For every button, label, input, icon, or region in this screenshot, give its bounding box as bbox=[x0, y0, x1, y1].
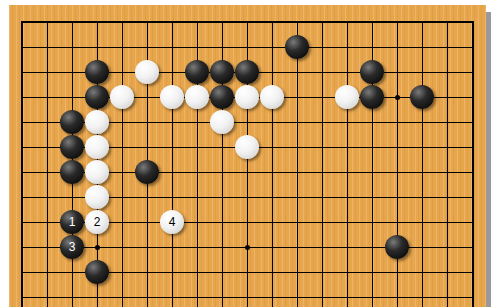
intersection[interactable] bbox=[410, 210, 435, 235]
intersection[interactable] bbox=[35, 210, 60, 235]
intersection[interactable] bbox=[435, 260, 460, 285]
intersection[interactable] bbox=[10, 285, 35, 307]
black-stone bbox=[210, 85, 234, 109]
intersection[interactable] bbox=[160, 60, 185, 85]
intersection[interactable] bbox=[110, 160, 135, 185]
intersection[interactable] bbox=[210, 10, 235, 35]
intersection[interactable] bbox=[335, 185, 360, 210]
intersection[interactable] bbox=[235, 210, 260, 235]
intersection[interactable] bbox=[335, 35, 360, 60]
intersection[interactable] bbox=[260, 10, 285, 35]
intersection[interactable] bbox=[335, 285, 360, 307]
intersection[interactable] bbox=[185, 110, 210, 135]
intersection[interactable] bbox=[385, 85, 410, 110]
intersection[interactable] bbox=[35, 110, 60, 135]
intersection[interactable] bbox=[310, 60, 335, 85]
intersection[interactable] bbox=[410, 235, 435, 260]
intersection[interactable] bbox=[435, 135, 460, 160]
intersection[interactable] bbox=[335, 135, 360, 160]
intersection[interactable] bbox=[60, 85, 85, 110]
intersection[interactable] bbox=[460, 210, 485, 235]
intersection[interactable] bbox=[385, 160, 410, 185]
intersection[interactable] bbox=[35, 285, 60, 307]
intersection[interactable] bbox=[360, 135, 385, 160]
intersection[interactable] bbox=[35, 60, 60, 85]
intersection[interactable] bbox=[435, 35, 460, 60]
intersection[interactable] bbox=[135, 135, 160, 160]
intersection[interactable] bbox=[285, 110, 310, 135]
intersection[interactable] bbox=[360, 10, 385, 35]
intersection[interactable] bbox=[310, 35, 335, 60]
intersection[interactable] bbox=[35, 10, 60, 35]
intersection[interactable] bbox=[135, 235, 160, 260]
intersection[interactable] bbox=[185, 235, 210, 260]
intersection[interactable] bbox=[385, 35, 410, 60]
intersection[interactable] bbox=[410, 185, 435, 210]
intersection[interactable] bbox=[160, 35, 185, 60]
intersection[interactable] bbox=[310, 260, 335, 285]
intersection[interactable] bbox=[135, 285, 160, 307]
intersection[interactable] bbox=[160, 285, 185, 307]
white-stone bbox=[210, 110, 234, 134]
intersection[interactable] bbox=[410, 285, 435, 307]
intersection[interactable] bbox=[285, 85, 310, 110]
intersection[interactable] bbox=[385, 135, 410, 160]
intersection[interactable] bbox=[60, 185, 85, 210]
intersection[interactable] bbox=[360, 285, 385, 307]
intersection[interactable] bbox=[335, 60, 360, 85]
intersection[interactable] bbox=[235, 260, 260, 285]
intersection[interactable] bbox=[360, 260, 385, 285]
intersection[interactable] bbox=[35, 185, 60, 210]
white-stone bbox=[85, 160, 109, 184]
intersection[interactable] bbox=[85, 235, 110, 260]
intersection[interactable] bbox=[10, 35, 35, 60]
intersection[interactable] bbox=[185, 285, 210, 307]
intersection[interactable] bbox=[260, 160, 285, 185]
intersection[interactable] bbox=[235, 110, 260, 135]
black-stone-move-3: 3 bbox=[60, 235, 84, 259]
intersection[interactable] bbox=[310, 85, 335, 110]
intersection[interactable] bbox=[360, 35, 385, 60]
intersection[interactable] bbox=[335, 10, 360, 35]
white-stone-move-2: 2 bbox=[85, 210, 109, 234]
intersection[interactable] bbox=[435, 110, 460, 135]
intersection[interactable] bbox=[35, 135, 60, 160]
intersection[interactable] bbox=[60, 60, 85, 85]
intersection[interactable] bbox=[460, 185, 485, 210]
intersection[interactable] bbox=[410, 110, 435, 135]
intersection[interactable] bbox=[110, 210, 135, 235]
black-stone-move-1: 1 bbox=[60, 210, 84, 234]
intersection[interactable] bbox=[210, 185, 235, 210]
intersection[interactable] bbox=[385, 210, 410, 235]
black-stone bbox=[360, 85, 384, 109]
intersection[interactable] bbox=[185, 35, 210, 60]
intersection[interactable] bbox=[360, 110, 385, 135]
white-stone bbox=[135, 60, 159, 84]
intersection[interactable] bbox=[385, 60, 410, 85]
intersection[interactable] bbox=[135, 35, 160, 60]
intersection[interactable] bbox=[460, 160, 485, 185]
intersection[interactable] bbox=[310, 185, 335, 210]
black-stone bbox=[385, 235, 409, 259]
intersection[interactable] bbox=[185, 260, 210, 285]
intersection[interactable] bbox=[160, 260, 185, 285]
intersection[interactable] bbox=[85, 35, 110, 60]
black-stone bbox=[135, 160, 159, 184]
intersection[interactable] bbox=[310, 110, 335, 135]
intersection[interactable] bbox=[60, 285, 85, 307]
intersection[interactable] bbox=[335, 210, 360, 235]
intersection[interactable] bbox=[10, 260, 35, 285]
intersection[interactable] bbox=[135, 10, 160, 35]
intersection[interactable] bbox=[10, 210, 35, 235]
white-stone bbox=[335, 85, 359, 109]
intersection[interactable] bbox=[135, 210, 160, 235]
intersection[interactable] bbox=[210, 285, 235, 307]
intersection[interactable] bbox=[10, 160, 35, 185]
white-stone bbox=[185, 85, 209, 109]
intersection[interactable] bbox=[435, 85, 460, 110]
intersection[interactable] bbox=[110, 60, 135, 85]
intersection[interactable] bbox=[110, 135, 135, 160]
intersection[interactable] bbox=[260, 185, 285, 210]
intersection[interactable] bbox=[460, 35, 485, 60]
intersection[interactable] bbox=[235, 235, 260, 260]
intersection[interactable] bbox=[435, 210, 460, 235]
intersection[interactable] bbox=[110, 10, 135, 35]
intersection[interactable] bbox=[460, 60, 485, 85]
intersection[interactable] bbox=[10, 110, 35, 135]
white-stone bbox=[235, 135, 259, 159]
intersection[interactable] bbox=[335, 160, 360, 185]
intersection[interactable] bbox=[185, 160, 210, 185]
intersection[interactable] bbox=[110, 260, 135, 285]
intersection[interactable] bbox=[110, 235, 135, 260]
black-stone bbox=[60, 135, 84, 159]
intersection[interactable] bbox=[160, 10, 185, 35]
go-board-grid: 1243 bbox=[10, 10, 485, 307]
intersection[interactable] bbox=[410, 10, 435, 35]
intersection[interactable] bbox=[285, 10, 310, 35]
intersection[interactable] bbox=[210, 235, 235, 260]
black-stone bbox=[185, 60, 209, 84]
intersection[interactable] bbox=[110, 285, 135, 307]
intersection[interactable] bbox=[160, 160, 185, 185]
intersection[interactable] bbox=[335, 110, 360, 135]
intersection[interactable] bbox=[285, 235, 310, 260]
intersection[interactable] bbox=[460, 235, 485, 260]
intersection[interactable] bbox=[460, 260, 485, 285]
intersection[interactable] bbox=[235, 35, 260, 60]
intersection[interactable] bbox=[460, 85, 485, 110]
intersection[interactable] bbox=[285, 135, 310, 160]
intersection[interactable] bbox=[260, 35, 285, 60]
black-stone bbox=[85, 260, 109, 284]
intersection[interactable] bbox=[285, 210, 310, 235]
intersection[interactable] bbox=[85, 285, 110, 307]
intersection[interactable] bbox=[110, 35, 135, 60]
go-board: 1243 bbox=[9, 5, 486, 307]
intersection[interactable] bbox=[135, 185, 160, 210]
intersection[interactable] bbox=[10, 60, 35, 85]
intersection[interactable] bbox=[385, 185, 410, 210]
intersection[interactable] bbox=[35, 85, 60, 110]
intersection[interactable] bbox=[60, 35, 85, 60]
intersection[interactable] bbox=[410, 135, 435, 160]
intersection[interactable] bbox=[235, 185, 260, 210]
intersection[interactable] bbox=[235, 160, 260, 185]
intersection[interactable] bbox=[135, 85, 160, 110]
intersection[interactable] bbox=[260, 135, 285, 160]
intersection[interactable] bbox=[435, 160, 460, 185]
intersection[interactable] bbox=[460, 10, 485, 35]
intersection[interactable] bbox=[335, 235, 360, 260]
intersection[interactable] bbox=[460, 110, 485, 135]
intersection[interactable] bbox=[460, 285, 485, 307]
intersection[interactable] bbox=[185, 10, 210, 35]
intersection[interactable] bbox=[435, 60, 460, 85]
intersection[interactable] bbox=[260, 260, 285, 285]
intersection[interactable] bbox=[435, 10, 460, 35]
intersection[interactable] bbox=[310, 285, 335, 307]
intersection[interactable] bbox=[310, 235, 335, 260]
black-stone bbox=[85, 85, 109, 109]
intersection[interactable] bbox=[235, 285, 260, 307]
intersection[interactable] bbox=[60, 260, 85, 285]
intersection[interactable] bbox=[135, 110, 160, 135]
intersection[interactable] bbox=[35, 35, 60, 60]
white-stone bbox=[235, 85, 259, 109]
intersection[interactable] bbox=[310, 135, 335, 160]
intersection[interactable] bbox=[310, 210, 335, 235]
white-stone bbox=[85, 135, 109, 159]
intersection[interactable] bbox=[285, 260, 310, 285]
black-stone bbox=[60, 160, 84, 184]
intersection[interactable] bbox=[435, 235, 460, 260]
intersection[interactable] bbox=[35, 235, 60, 260]
intersection[interactable] bbox=[285, 160, 310, 185]
black-stone bbox=[210, 60, 234, 84]
intersection[interactable] bbox=[460, 135, 485, 160]
intersection[interactable] bbox=[10, 85, 35, 110]
intersection[interactable] bbox=[385, 110, 410, 135]
intersection[interactable] bbox=[410, 60, 435, 85]
intersection[interactable] bbox=[160, 235, 185, 260]
intersection[interactable] bbox=[160, 110, 185, 135]
intersection[interactable] bbox=[335, 260, 360, 285]
intersection[interactable] bbox=[360, 185, 385, 210]
intersection[interactable] bbox=[285, 60, 310, 85]
intersection[interactable] bbox=[210, 260, 235, 285]
intersection[interactable] bbox=[260, 235, 285, 260]
intersection[interactable] bbox=[10, 185, 35, 210]
intersection[interactable] bbox=[185, 210, 210, 235]
white-stone-move-4: 4 bbox=[160, 210, 184, 234]
intersection[interactable] bbox=[285, 185, 310, 210]
black-stone bbox=[285, 35, 309, 59]
white-stone bbox=[85, 110, 109, 134]
intersection[interactable] bbox=[10, 10, 35, 35]
intersection[interactable] bbox=[35, 260, 60, 285]
intersection[interactable] bbox=[210, 35, 235, 60]
intersection[interactable] bbox=[410, 160, 435, 185]
black-stone bbox=[85, 60, 109, 84]
black-stone bbox=[235, 60, 259, 84]
white-stone bbox=[110, 85, 134, 109]
black-stone bbox=[360, 60, 384, 84]
white-stone bbox=[85, 185, 109, 209]
intersection[interactable] bbox=[85, 10, 110, 35]
intersection[interactable] bbox=[60, 10, 85, 35]
intersection[interactable] bbox=[385, 10, 410, 35]
intersection[interactable] bbox=[385, 285, 410, 307]
intersection[interactable] bbox=[285, 285, 310, 307]
black-stone bbox=[60, 110, 84, 134]
intersection[interactable] bbox=[360, 235, 385, 260]
intersection[interactable] bbox=[310, 10, 335, 35]
intersection[interactable] bbox=[260, 110, 285, 135]
black-stone bbox=[410, 85, 434, 109]
intersection[interactable] bbox=[210, 210, 235, 235]
intersection[interactable] bbox=[185, 185, 210, 210]
intersection[interactable] bbox=[385, 260, 410, 285]
intersection[interactable] bbox=[435, 185, 460, 210]
intersection[interactable] bbox=[135, 260, 160, 285]
intersection[interactable] bbox=[410, 35, 435, 60]
white-stone bbox=[160, 85, 184, 109]
white-stone bbox=[260, 85, 284, 109]
intersection[interactable] bbox=[260, 60, 285, 85]
intersection[interactable] bbox=[360, 210, 385, 235]
intersection[interactable] bbox=[210, 160, 235, 185]
intersection[interactable] bbox=[235, 10, 260, 35]
intersection[interactable] bbox=[435, 285, 460, 307]
intersection[interactable] bbox=[360, 160, 385, 185]
intersection[interactable] bbox=[10, 235, 35, 260]
intersection[interactable] bbox=[185, 135, 210, 160]
intersection[interactable] bbox=[160, 185, 185, 210]
intersection[interactable] bbox=[210, 135, 235, 160]
intersection[interactable] bbox=[260, 285, 285, 307]
intersection[interactable] bbox=[310, 160, 335, 185]
intersection[interactable] bbox=[260, 210, 285, 235]
intersection[interactable] bbox=[10, 135, 35, 160]
intersection[interactable] bbox=[110, 110, 135, 135]
intersection[interactable] bbox=[160, 135, 185, 160]
intersection[interactable] bbox=[410, 260, 435, 285]
intersection[interactable] bbox=[35, 160, 60, 185]
intersection[interactable] bbox=[110, 185, 135, 210]
